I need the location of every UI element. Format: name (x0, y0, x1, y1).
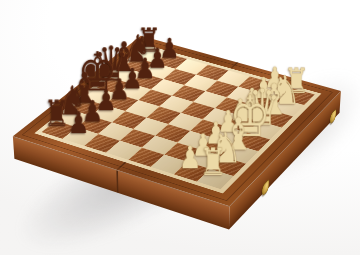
brass-clasp-rear (329, 108, 336, 125)
fold-seam (116, 171, 118, 194)
fold-seam-frame-near (116, 162, 126, 170)
chess-set-photo: ♜♞♝♛♚♝♞♜♟♟♟♟♟♟♟♟♟♟♟♟♟♟♟♟♜♞♝♛♚♝♞♜ (0, 0, 360, 255)
chess-board: ♜♞♝♛♚♝♞♜♟♟♟♟♟♟♟♟♟♟♟♟♟♟♟♟♜♞♝♛♚♝♞♜ (13, 36, 341, 206)
piece-dark-pawn-h7: ♟ (66, 108, 90, 138)
piece-light-rook-h1: ♜ (198, 144, 229, 182)
brass-clasp-front (262, 179, 270, 198)
